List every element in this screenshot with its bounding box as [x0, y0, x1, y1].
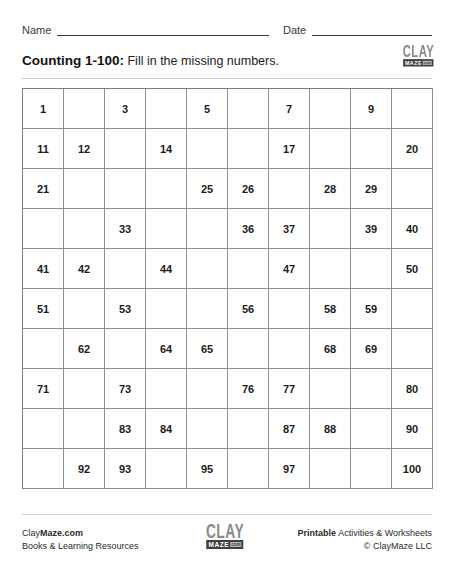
grid-cell-r6c7-blank[interactable]: [269, 289, 310, 329]
grid-cell-r8c5-blank[interactable]: [187, 369, 228, 409]
grid-cell-r7c1-blank[interactable]: [23, 329, 64, 369]
grid-cell-r2c4-given: 14: [146, 129, 187, 169]
grid-cell-r10c2-given: 92: [64, 449, 105, 489]
footer-product-line: Printable Activities & Worksheets: [298, 527, 432, 540]
grid-cell-r8c1-given: 71: [23, 369, 64, 409]
grid-cell-r4c3-given: 33: [105, 209, 146, 249]
grid-cell-r1c10-blank[interactable]: [392, 89, 433, 129]
grid-cell-r4c4-blank[interactable]: [146, 209, 187, 249]
footer-tagline: Books & Learning Resources: [22, 540, 139, 553]
grid-cell-r8c6-given: 76: [228, 369, 269, 409]
grid-cell-r6c3-given: 53: [105, 289, 146, 329]
grid-cell-r1c7-given: 7: [269, 89, 310, 129]
grid-cell-r9c7-given: 87: [269, 409, 310, 449]
grid-cell-r5c9-blank[interactable]: [351, 249, 392, 289]
grid-cell-r2c2-given: 12: [64, 129, 105, 169]
grid-cell-r1c9-given: 9: [351, 89, 392, 129]
grid-cell-r7c10-blank[interactable]: [392, 329, 433, 369]
grid-cell-r3c2-blank[interactable]: [64, 169, 105, 209]
grid-cell-r4c8-blank[interactable]: [310, 209, 351, 249]
grid-cell-r2c6-blank[interactable]: [228, 129, 269, 169]
grid-cell-r5c4-given: 44: [146, 249, 187, 289]
grid-cell-r1c4-blank[interactable]: [146, 89, 187, 129]
grid-cell-r2c9-blank[interactable]: [351, 129, 392, 169]
grid-cell-r5c3-blank[interactable]: [105, 249, 146, 289]
grid-cell-r3c3-blank[interactable]: [105, 169, 146, 209]
grid-cell-r4c2-blank[interactable]: [64, 209, 105, 249]
footer-right: Printable Activities & Worksheets © Clay…: [298, 527, 432, 552]
grid-cell-r7c8-given: 68: [310, 329, 351, 369]
grid-cell-r9c4-given: 84: [146, 409, 187, 449]
grid-cell-r4c5-blank[interactable]: [187, 209, 228, 249]
grid-cell-r2c8-blank[interactable]: [310, 129, 351, 169]
name-date-row: Name Date: [22, 24, 432, 36]
name-field-line[interactable]: [57, 24, 269, 36]
grid-cell-r5c5-blank[interactable]: [187, 249, 228, 289]
footer-site-name: ClayMaze.com: [22, 527, 139, 540]
footer-copyright: © ClayMaze LLC: [298, 540, 432, 553]
counting-grid: 1357911121417202125262829333637394041424…: [22, 88, 433, 489]
grid-cell-r8c2-blank[interactable]: [64, 369, 105, 409]
grid-cell-r9c10-given: 90: [392, 409, 433, 449]
grid-cell-r3c7-blank[interactable]: [269, 169, 310, 209]
grid-cell-r4c9-given: 39: [351, 209, 392, 249]
grid-cell-r7c9-given: 69: [351, 329, 392, 369]
grid-cell-r8c3-given: 73: [105, 369, 146, 409]
grid-cell-r3c6-given: 26: [228, 169, 269, 209]
grid-cell-r8c7-given: 77: [269, 369, 310, 409]
grid-cell-r5c7-given: 47: [269, 249, 310, 289]
grid-cell-r1c8-blank[interactable]: [310, 89, 351, 129]
date-field-line[interactable]: [312, 24, 432, 36]
grid-cell-r2c1-given: 11: [23, 129, 64, 169]
grid-cell-r4c1-blank[interactable]: [23, 209, 64, 249]
grid-cell-r2c5-blank[interactable]: [187, 129, 228, 169]
grid-cell-r7c7-blank[interactable]: [269, 329, 310, 369]
claymaze-logo-footer: CLAY MAZE com: [204, 524, 245, 549]
grid-cell-r2c3-blank[interactable]: [105, 129, 146, 169]
grid-cell-r10c6-blank[interactable]: [228, 449, 269, 489]
date-label: Date: [283, 24, 306, 36]
grid-cell-r6c1-given: 51: [23, 289, 64, 329]
grid-cell-r1c3-given: 3: [105, 89, 146, 129]
grid-cell-r10c9-blank[interactable]: [351, 449, 392, 489]
grid-cell-r1c5-given: 5: [187, 89, 228, 129]
grid-cell-r7c2-given: 62: [64, 329, 105, 369]
grid-cell-r8c8-blank[interactable]: [310, 369, 351, 409]
grid-cell-r9c6-blank[interactable]: [228, 409, 269, 449]
grid-cell-r1c1-given: 1: [23, 89, 64, 129]
grid-cell-r5c6-blank[interactable]: [228, 249, 269, 289]
grid-cell-r3c4-blank[interactable]: [146, 169, 187, 209]
grid-cell-r3c1-given: 21: [23, 169, 64, 209]
grid-cell-r8c10-given: 80: [392, 369, 433, 409]
grid-cell-r4c7-given: 37: [269, 209, 310, 249]
grid-cell-r9c8-given: 88: [310, 409, 351, 449]
grid-cell-r4c6-given: 36: [228, 209, 269, 249]
grid-cell-r8c4-blank[interactable]: [146, 369, 187, 409]
title-bold: Counting 1-100:: [22, 53, 124, 68]
logo-com-badge: com: [230, 542, 241, 547]
grid-cell-r9c2-blank[interactable]: [64, 409, 105, 449]
logo-maze-word: MAZE: [208, 541, 229, 548]
logo-com-badge: com: [422, 61, 431, 65]
worksheet-page: Name Date Counting 1-100: Fill in the mi…: [0, 0, 450, 582]
divider-top: [22, 78, 432, 79]
grid-cell-r5c8-blank[interactable]: [310, 249, 351, 289]
grid-cell-r10c7-given: 97: [269, 449, 310, 489]
date-field-group: Date: [283, 24, 432, 36]
grid-cell-r3c8-given: 28: [310, 169, 351, 209]
title-instruction: Fill in the missing numbers.: [124, 54, 279, 68]
grid-cell-r6c6-given: 56: [228, 289, 269, 329]
grid-cell-r9c3-given: 83: [105, 409, 146, 449]
grid-cell-r10c4-blank[interactable]: [146, 449, 187, 489]
footer-left: ClayMaze.com Books & Learning Resources: [22, 527, 139, 552]
grid-cell-r10c8-blank[interactable]: [310, 449, 351, 489]
claymaze-logo-clay-text: CLAY: [402, 44, 433, 59]
grid-cell-r1c2-blank[interactable]: [64, 89, 105, 129]
grid-cell-r6c10-blank[interactable]: [392, 289, 433, 329]
grid-cell-r8c9-blank[interactable]: [351, 369, 392, 409]
grid-cell-r10c5-given: 95: [187, 449, 228, 489]
grid-cell-r7c3-blank[interactable]: [105, 329, 146, 369]
grid-cell-r10c1-blank[interactable]: [23, 449, 64, 489]
grid-cell-r1c6-blank[interactable]: [228, 89, 269, 129]
grid-cell-r3c10-blank[interactable]: [392, 169, 433, 209]
claymaze-logo-clay-text: CLAY: [206, 522, 244, 541]
grid-cell-r10c3-given: 93: [105, 449, 146, 489]
grid-cell-r4c10-given: 40: [392, 209, 433, 249]
grid-cell-r9c1-blank[interactable]: [23, 409, 64, 449]
grid-cell-r5c2-given: 42: [64, 249, 105, 289]
grid-cell-r6c2-blank[interactable]: [64, 289, 105, 329]
grid-cell-r6c9-given: 59: [351, 289, 392, 329]
grid-cell-r6c5-blank[interactable]: [187, 289, 228, 329]
logo-maze-word: MAZE: [404, 60, 421, 66]
grid-cell-r5c10-given: 50: [392, 249, 433, 289]
grid-cell-r7c4-given: 64: [146, 329, 187, 369]
grid-cell-r6c4-blank[interactable]: [146, 289, 187, 329]
grid-cell-r7c5-given: 65: [187, 329, 228, 369]
grid-cell-r5c1-given: 41: [23, 249, 64, 289]
grid-cell-r9c9-blank[interactable]: [351, 409, 392, 449]
grid-cell-r7c6-blank[interactable]: [228, 329, 269, 369]
page-title: Counting 1-100: Fill in the missing numb…: [22, 51, 279, 69]
grid-cell-r2c7-given: 17: [269, 129, 310, 169]
name-field-group: Name: [22, 24, 269, 36]
grid-cell-r6c8-given: 58: [310, 289, 351, 329]
name-label: Name: [22, 24, 51, 36]
grid-cell-r2c10-given: 20: [392, 129, 433, 169]
grid-cell-r9c5-blank[interactable]: [187, 409, 228, 449]
grid-cell-r3c9-given: 29: [351, 169, 392, 209]
grid-cell-r10c10-given: 100: [392, 449, 433, 489]
claymaze-logo-top: CLAY MAZE com: [401, 46, 435, 67]
divider-bottom: [22, 514, 432, 515]
grid-cell-r3c5-given: 25: [187, 169, 228, 209]
